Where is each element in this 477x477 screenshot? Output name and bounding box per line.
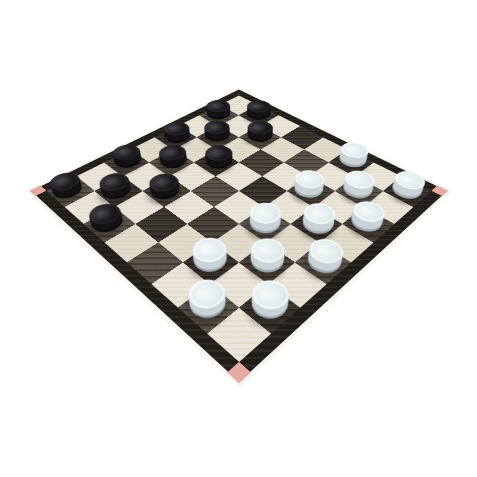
white-checker[interactable]	[243, 211, 286, 240]
white-checker[interactable]	[243, 246, 289, 280]
dark-square-r7c5[interactable]	[290, 207, 342, 243]
black-checker[interactable]	[86, 209, 129, 238]
black-checker[interactable]	[145, 180, 185, 205]
mat-border-band	[31, 90, 447, 382]
black-checker[interactable]	[109, 151, 146, 173]
white-checker[interactable]	[244, 287, 294, 328]
board-grid	[46, 96, 431, 362]
white-checker[interactable]	[386, 180, 426, 205]
checkers-mat	[26, 88, 450, 388]
white-checker[interactable]	[300, 246, 346, 280]
white-checker[interactable]	[344, 209, 387, 238]
dark-square-r2c2[interactable]	[94, 176, 142, 207]
black-checker[interactable]	[96, 179, 136, 204]
photo-scene	[0, 0, 477, 477]
dark-square-r8c4[interactable]	[295, 242, 351, 284]
black-checker[interactable]	[200, 127, 235, 146]
